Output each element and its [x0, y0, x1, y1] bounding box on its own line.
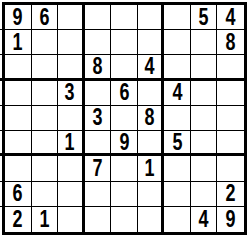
cell-r5c9[interactable] [217, 106, 244, 131]
cell-r7c4[interactable]: 7 [85, 156, 112, 181]
given-digit: 9 [226, 208, 236, 231]
cell-r2c9[interactable]: 8 [217, 30, 244, 55]
given-digit: 4 [145, 55, 155, 78]
cell-r3c8[interactable] [191, 55, 218, 80]
given-digit: 6 [39, 6, 49, 29]
gridline-tick [0, 29, 5, 30]
cell-r2c6[interactable] [138, 30, 165, 55]
cell-r9c8[interactable]: 4 [191, 207, 218, 232]
cell-r7c1[interactable] [5, 156, 32, 181]
given-digit: 3 [65, 81, 75, 104]
given-digit: 1 [13, 31, 23, 54]
given-digit: 3 [92, 106, 102, 129]
cell-r7c3[interactable] [58, 156, 85, 181]
given-digit: 5 [199, 6, 209, 29]
cell-r2c3[interactable] [58, 30, 85, 55]
cell-r5c5[interactable] [111, 106, 138, 131]
cell-r9c2[interactable]: 1 [32, 207, 59, 232]
cell-r3c6[interactable]: 4 [138, 55, 165, 80]
cell-r3c9[interactable] [217, 55, 244, 80]
gridline-tick [0, 130, 5, 131]
cell-r6c1[interactable] [5, 131, 32, 156]
cell-r8c9[interactable]: 2 [217, 182, 244, 207]
cell-r7c7[interactable] [164, 156, 191, 181]
cell-r8c6[interactable] [138, 182, 165, 207]
cell-r1c3[interactable] [58, 5, 85, 30]
cell-r8c8[interactable] [191, 182, 218, 207]
cell-r7c5[interactable] [111, 156, 138, 181]
gridline-tick [0, 78, 5, 81]
cell-r8c1[interactable]: 6 [5, 182, 32, 207]
cell-r4c5[interactable]: 6 [111, 81, 138, 106]
given-digit: 4 [226, 6, 236, 29]
cell-r8c7[interactable] [164, 182, 191, 207]
cell-r9c7[interactable] [164, 207, 191, 232]
cell-r7c6[interactable]: 1 [138, 156, 165, 181]
given-digit: 8 [92, 55, 102, 78]
cell-r3c7[interactable] [164, 55, 191, 80]
given-digit: 2 [226, 182, 236, 205]
cell-r9c4[interactable] [85, 207, 112, 232]
given-digit: 8 [226, 31, 236, 54]
gridline-tick [0, 54, 5, 55]
cell-r9c9[interactable]: 9 [217, 207, 244, 232]
cell-r7c8[interactable] [191, 156, 218, 181]
cell-r4c1[interactable] [5, 81, 32, 106]
given-digit: 9 [13, 6, 23, 29]
cell-r1c2[interactable]: 6 [32, 5, 59, 30]
cell-r6c2[interactable] [32, 131, 59, 156]
given-digit: 4 [172, 81, 182, 104]
cell-r5c3[interactable] [58, 106, 85, 131]
gridline-tick [0, 181, 5, 182]
cell-r9c3[interactable] [58, 207, 85, 232]
cell-r2c1[interactable]: 1 [5, 30, 32, 55]
cell-r2c7[interactable] [164, 30, 191, 55]
given-digit: 5 [172, 131, 182, 154]
cell-r6c4[interactable] [85, 131, 112, 156]
given-digit: 1 [65, 131, 75, 154]
cell-r4c2[interactable] [32, 81, 59, 106]
cell-r1c1[interactable]: 9 [5, 5, 32, 30]
cell-r5c4[interactable]: 3 [85, 106, 112, 131]
cell-r9c6[interactable] [138, 207, 165, 232]
cell-r5c1[interactable] [5, 106, 32, 131]
cell-r3c5[interactable] [111, 55, 138, 80]
cell-r5c2[interactable] [32, 106, 59, 131]
cell-r2c8[interactable] [191, 30, 218, 55]
cell-r4c3[interactable]: 3 [58, 81, 85, 106]
given-digit: 6 [119, 81, 129, 104]
cell-r2c4[interactable] [85, 30, 112, 55]
cell-r8c5[interactable] [111, 182, 138, 207]
cell-r5c6[interactable]: 8 [138, 106, 165, 131]
cell-r3c1[interactable] [5, 55, 32, 80]
cell-r3c2[interactable] [32, 55, 59, 80]
sudoku-board: 965418843643819571622149 [2, 2, 247, 235]
cell-r2c5[interactable] [111, 30, 138, 55]
cell-r6c5[interactable]: 9 [111, 131, 138, 156]
given-digit: 1 [39, 208, 49, 231]
cell-r6c8[interactable] [191, 131, 218, 156]
cell-r9c1[interactable]: 2 [5, 207, 32, 232]
cell-r5c7[interactable] [164, 106, 191, 131]
cell-r1c4[interactable] [85, 5, 112, 30]
cell-r6c7[interactable]: 5 [164, 131, 191, 156]
given-digit: 1 [145, 157, 155, 180]
cell-r9c5[interactable] [111, 207, 138, 232]
cell-r1c8[interactable]: 5 [191, 5, 218, 30]
cell-r3c4[interactable]: 8 [85, 55, 112, 80]
gridline-tick [0, 105, 5, 106]
gridline-tick [0, 206, 5, 207]
cell-r1c7[interactable] [164, 5, 191, 30]
cell-r6c3[interactable]: 1 [58, 131, 85, 156]
cell-r4c4[interactable] [85, 81, 112, 106]
given-digit: 2 [13, 208, 23, 231]
cell-r1c6[interactable] [138, 5, 165, 30]
cell-r8c4[interactable] [85, 182, 112, 207]
cell-r6c9[interactable] [217, 131, 244, 156]
cell-r4c7[interactable]: 4 [164, 81, 191, 106]
given-digit: 4 [199, 208, 209, 231]
cell-r2c2[interactable] [32, 30, 59, 55]
cell-r1c5[interactable] [111, 5, 138, 30]
cell-r7c9[interactable] [217, 156, 244, 181]
given-digit: 6 [13, 182, 23, 205]
cell-r8c3[interactable] [58, 182, 85, 207]
cell-r5c8[interactable] [191, 106, 218, 131]
cell-r4c6[interactable] [138, 81, 165, 106]
gridline-tick [0, 153, 5, 156]
cell-r6c6[interactable] [138, 131, 165, 156]
cell-r8c2[interactable] [32, 182, 59, 207]
cell-r3c3[interactable] [58, 55, 85, 80]
cell-r4c8[interactable] [191, 81, 218, 106]
given-digit: 9 [119, 131, 129, 154]
cell-r1c9[interactable]: 4 [217, 5, 244, 30]
cell-r7c2[interactable] [32, 156, 59, 181]
given-digit: 8 [145, 106, 155, 129]
given-digit: 7 [92, 157, 102, 180]
cell-r4c9[interactable] [217, 81, 244, 106]
